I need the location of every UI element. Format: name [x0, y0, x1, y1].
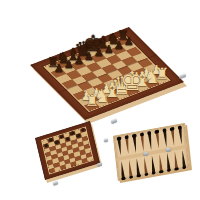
backgammon-point: [150, 155, 156, 174]
backgammon-point: [158, 154, 164, 173]
backgammon-point: [163, 129, 169, 148]
checkers-square: [87, 156, 93, 162]
backgammon-point: [125, 136, 131, 155]
main-chess-board: [30, 27, 184, 120]
backgammon-point: [127, 159, 133, 178]
checkers-board: [35, 121, 100, 180]
backgammon-point: [142, 157, 148, 176]
backgammon-point: [178, 126, 184, 145]
backgammon-point: [135, 158, 141, 177]
backgammon-point: [181, 150, 187, 169]
backgammon-point: [155, 131, 161, 150]
backgammon-point: [140, 133, 146, 152]
backgammon-point: [147, 132, 153, 151]
clasp-icon: [179, 74, 187, 79]
backgammon-point: [170, 128, 176, 147]
clasp-icon: [104, 139, 108, 143]
hinge-icon: [53, 181, 59, 185]
product-photo: ♜♞♝♛♚♝♞♜♟♟♟♟♟♟♟♟♟♟♟♟♟♟♟♟♜♞♝♛♚♝♞♜: [0, 0, 200, 200]
backgammon-point: [117, 137, 123, 156]
checkers-playing-area: [42, 127, 93, 173]
backgammon-point: [132, 135, 138, 154]
backgammon-point: [165, 153, 171, 172]
backgammon-point: [173, 151, 179, 170]
hinge-icon: [111, 119, 118, 124]
backgammon-point: [120, 161, 126, 180]
